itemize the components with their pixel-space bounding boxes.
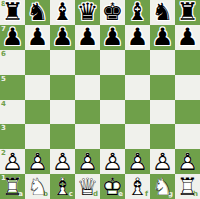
square-g3[interactable] xyxy=(150,124,175,149)
square-c6[interactable] xyxy=(50,50,75,75)
square-e8[interactable]: ♚ xyxy=(100,0,125,25)
square-e4[interactable] xyxy=(100,100,125,125)
square-g4[interactable] xyxy=(150,100,175,125)
square-b4[interactable] xyxy=(25,100,50,125)
square-e6[interactable] xyxy=(100,50,125,75)
white-pawn[interactable]: ♟♙ xyxy=(25,149,50,174)
white-knight[interactable]: ♞♘ xyxy=(25,174,50,199)
black-bishop[interactable]: ♝ xyxy=(50,0,75,25)
square-a4[interactable]: 4 xyxy=(0,100,25,125)
square-d6[interactable] xyxy=(75,50,100,75)
white-pawn-outline: ♙ xyxy=(125,149,150,174)
white-knight[interactable]: ♞♘ xyxy=(150,174,175,199)
white-pawn-outline: ♙ xyxy=(100,149,125,174)
chess-board: 8♜♞♝♛♚♝♞♜7♟♟♟♟♟♟♟♟65432♟♙♟♙♟♙♟♙♟♙♟♙♟♙♟♙1… xyxy=(0,0,200,199)
black-pawn[interactable]: ♟ xyxy=(75,25,100,50)
square-h7[interactable]: ♟ xyxy=(175,25,200,50)
square-d8[interactable]: ♛ xyxy=(75,0,100,25)
square-h1[interactable]: h♜♖ xyxy=(175,174,200,199)
square-f1[interactable]: f♝♗ xyxy=(125,174,150,199)
square-b3[interactable] xyxy=(25,124,50,149)
square-f5[interactable] xyxy=(125,75,150,100)
square-f8[interactable]: ♝ xyxy=(125,0,150,25)
square-c1[interactable]: c♝♗ xyxy=(50,174,75,199)
black-king[interactable]: ♚ xyxy=(100,0,125,25)
black-knight[interactable]: ♞ xyxy=(150,0,175,25)
white-bishop[interactable]: ♝♗ xyxy=(50,174,75,199)
square-h6[interactable] xyxy=(175,50,200,75)
white-bishop-outline: ♗ xyxy=(50,174,75,199)
square-a3[interactable]: 3 xyxy=(0,124,25,149)
square-b1[interactable]: b♞♘ xyxy=(25,174,50,199)
white-pawn[interactable]: ♟♙ xyxy=(175,149,200,174)
black-rook[interactable]: ♜ xyxy=(0,0,25,25)
square-f7[interactable]: ♟ xyxy=(125,25,150,50)
square-a6[interactable]: 6 xyxy=(0,50,25,75)
square-b6[interactable] xyxy=(25,50,50,75)
white-pawn[interactable]: ♟♙ xyxy=(150,149,175,174)
square-g7[interactable]: ♟ xyxy=(150,25,175,50)
square-c4[interactable] xyxy=(50,100,75,125)
white-rook[interactable]: ♜♖ xyxy=(0,174,25,199)
black-pawn[interactable]: ♟ xyxy=(150,25,175,50)
square-d4[interactable] xyxy=(75,100,100,125)
square-h2[interactable]: ♟♙ xyxy=(175,149,200,174)
square-d1[interactable]: d♛♕ xyxy=(75,174,100,199)
square-e3[interactable] xyxy=(100,124,125,149)
white-pawn[interactable]: ♟♙ xyxy=(75,149,100,174)
square-b2[interactable]: ♟♙ xyxy=(25,149,50,174)
white-pawn[interactable]: ♟♙ xyxy=(125,149,150,174)
rank-label-3: 3 xyxy=(1,125,6,132)
square-f6[interactable] xyxy=(125,50,150,75)
white-pawn-outline: ♙ xyxy=(175,149,200,174)
square-c7[interactable]: ♟ xyxy=(50,25,75,50)
square-d3[interactable] xyxy=(75,124,100,149)
white-pawn[interactable]: ♟♙ xyxy=(100,149,125,174)
square-c3[interactable] xyxy=(50,124,75,149)
white-king[interactable]: ♚♔ xyxy=(100,174,125,199)
square-b5[interactable] xyxy=(25,75,50,100)
black-pawn[interactable]: ♟ xyxy=(50,25,75,50)
white-pawn-outline: ♙ xyxy=(75,149,100,174)
black-pawn[interactable]: ♟ xyxy=(175,25,200,50)
square-f2[interactable]: ♟♙ xyxy=(125,149,150,174)
square-h8[interactable]: ♜ xyxy=(175,0,200,25)
square-a1[interactable]: 1a♜♖ xyxy=(0,174,25,199)
square-e1[interactable]: e♚♔ xyxy=(100,174,125,199)
square-a5[interactable]: 5 xyxy=(0,75,25,100)
square-e5[interactable] xyxy=(100,75,125,100)
black-pawn[interactable]: ♟ xyxy=(125,25,150,50)
square-e7[interactable]: ♟ xyxy=(100,25,125,50)
white-knight-outline: ♘ xyxy=(150,174,175,199)
square-f4[interactable] xyxy=(125,100,150,125)
white-rook[interactable]: ♜♖ xyxy=(175,174,200,199)
square-d5[interactable] xyxy=(75,75,100,100)
white-pawn[interactable]: ♟♙ xyxy=(0,149,25,174)
square-f3[interactable] xyxy=(125,124,150,149)
square-g1[interactable]: g♞♘ xyxy=(150,174,175,199)
square-a2[interactable]: 2♟♙ xyxy=(0,149,25,174)
square-d7[interactable]: ♟ xyxy=(75,25,100,50)
square-c5[interactable] xyxy=(50,75,75,100)
white-pawn[interactable]: ♟♙ xyxy=(50,149,75,174)
rank-label-5: 5 xyxy=(1,76,6,83)
white-pawn-outline: ♙ xyxy=(50,149,75,174)
square-g8[interactable]: ♞ xyxy=(150,0,175,25)
black-rook[interactable]: ♜ xyxy=(175,0,200,25)
square-c2[interactable]: ♟♙ xyxy=(50,149,75,174)
rank-label-4: 4 xyxy=(1,101,6,108)
white-pawn-outline: ♙ xyxy=(150,149,175,174)
square-h5[interactable] xyxy=(175,75,200,100)
square-g5[interactable] xyxy=(150,75,175,100)
square-a7[interactable]: 7♟ xyxy=(0,25,25,50)
square-d2[interactable]: ♟♙ xyxy=(75,149,100,174)
white-king-outline: ♔ xyxy=(100,174,125,199)
white-pawn-outline: ♙ xyxy=(25,149,50,174)
black-pawn[interactable]: ♟ xyxy=(100,25,125,50)
white-rook-outline: ♖ xyxy=(0,174,25,199)
white-queen-outline: ♕ xyxy=(75,174,100,199)
black-pawn[interactable]: ♟ xyxy=(0,25,25,50)
black-bishop[interactable]: ♝ xyxy=(125,0,150,25)
square-b7[interactable]: ♟ xyxy=(25,25,50,50)
square-g2[interactable]: ♟♙ xyxy=(150,149,175,174)
square-c8[interactable]: ♝ xyxy=(50,0,75,25)
black-queen[interactable]: ♛ xyxy=(75,0,100,25)
white-queen[interactable]: ♛♕ xyxy=(75,174,100,199)
square-a8[interactable]: 8♜ xyxy=(0,0,25,25)
white-bishop[interactable]: ♝♗ xyxy=(125,174,150,199)
white-bishop-outline: ♗ xyxy=(125,174,150,199)
black-pawn[interactable]: ♟ xyxy=(25,25,50,50)
white-knight-outline: ♘ xyxy=(25,174,50,199)
square-h4[interactable] xyxy=(175,100,200,125)
white-pawn-outline: ♙ xyxy=(0,149,25,174)
black-knight[interactable]: ♞ xyxy=(25,0,50,25)
square-e2[interactable]: ♟♙ xyxy=(100,149,125,174)
square-g6[interactable] xyxy=(150,50,175,75)
white-rook-outline: ♖ xyxy=(175,174,200,199)
square-b8[interactable]: ♞ xyxy=(25,0,50,25)
rank-label-6: 6 xyxy=(1,51,6,58)
square-h3[interactable] xyxy=(175,124,200,149)
